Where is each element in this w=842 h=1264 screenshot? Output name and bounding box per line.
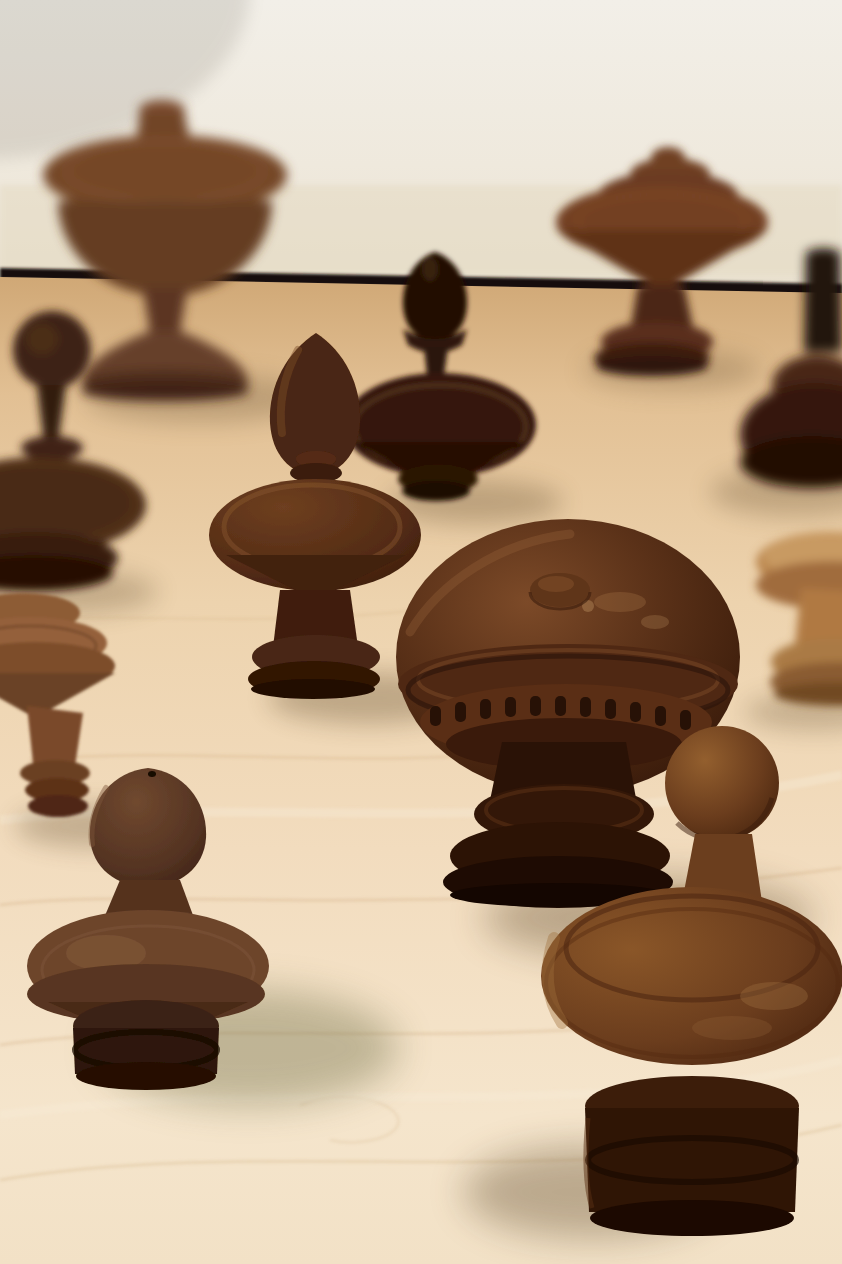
base-body (585, 1108, 799, 1212)
stem (143, 288, 187, 333)
top-hole (148, 771, 156, 777)
neck (424, 347, 448, 375)
neck (27, 706, 83, 766)
ball-top (665, 726, 779, 840)
photo-svg: Close-up photograph of eleven antique ha… (0, 0, 842, 1264)
photo-canvas: Close-up photograph of eleven antique ha… (0, 0, 842, 1264)
stem (804, 248, 842, 352)
